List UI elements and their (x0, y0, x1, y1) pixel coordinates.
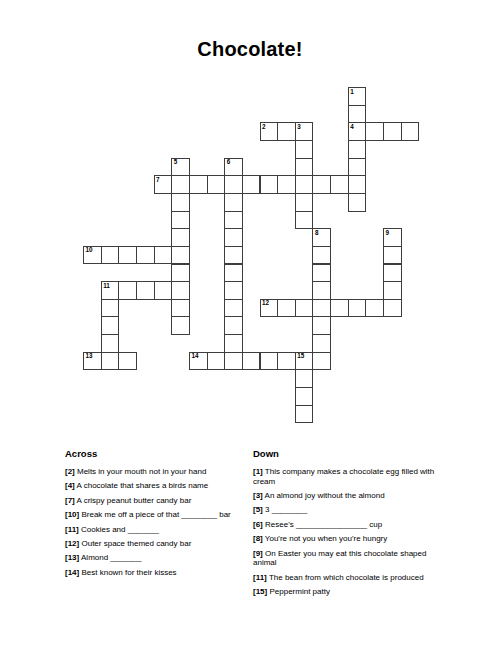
grid-cell[interactable] (136, 281, 155, 300)
grid-cell[interactable] (171, 175, 190, 194)
grid-cell[interactable]: 3 (295, 122, 314, 141)
grid-cell[interactable] (348, 299, 367, 318)
grid-cell[interactable] (330, 175, 349, 194)
grid-cell[interactable]: 4 (348, 122, 367, 141)
clue-item: [1] This company makes a chocolate egg f… (253, 467, 435, 486)
grid-cell[interactable] (312, 316, 331, 335)
grid-cell[interactable] (348, 140, 367, 159)
clue-number: 13 (86, 353, 93, 359)
puzzle-title: Chocolate! (0, 38, 500, 61)
clue-item-number: [9] (253, 549, 263, 558)
grid-cell[interactable] (224, 193, 243, 212)
grid-cell[interactable] (224, 352, 243, 371)
clue-item-number: [2] (65, 467, 75, 476)
clue-number: 6 (227, 159, 231, 165)
grid-cell[interactable] (348, 158, 367, 177)
grid-cell[interactable] (118, 281, 137, 300)
grid-cell[interactable] (171, 299, 190, 318)
grid-cell[interactable] (312, 264, 331, 283)
grid-cell[interactable] (101, 334, 120, 353)
grid-cell[interactable] (224, 175, 243, 194)
across-header: Across (65, 448, 253, 459)
clue-item: [11] The bean from which chocolate is pr… (253, 573, 435, 583)
grid-cell[interactable] (154, 246, 173, 265)
clue-number: 14 (191, 353, 198, 359)
grid-cell[interactable] (171, 264, 190, 283)
grid-cell[interactable] (101, 299, 120, 318)
grid-cell[interactable] (312, 352, 331, 371)
grid-cell[interactable] (277, 352, 296, 371)
down-clues: Down [1] This company makes a chocolate … (253, 448, 435, 602)
grid-cell[interactable] (260, 352, 279, 371)
clue-item: [9] On Easter you may eat this chocolate… (253, 549, 435, 568)
grid-cell[interactable] (401, 122, 420, 141)
clue-item-number: [3] (253, 491, 263, 500)
clue-number: 2 (262, 124, 266, 130)
clue-item: [15] Peppermint patty (253, 587, 435, 597)
clue-item-number: [12] (65, 539, 79, 548)
down-header: Down (253, 448, 435, 459)
clue-number: 7 (156, 177, 160, 183)
clue-number: 3 (297, 124, 301, 130)
grid-cell[interactable] (101, 352, 120, 371)
clue-item-number: [5] (253, 505, 263, 514)
clue-item: [13] Almond _______ (65, 553, 253, 563)
clue-number: 4 (350, 124, 354, 130)
grid-cell[interactable]: 6 (224, 158, 243, 177)
clue-number: 12 (262, 300, 269, 306)
grid-cell[interactable]: 12 (260, 299, 279, 318)
grid-cell[interactable] (171, 228, 190, 247)
grid-cell[interactable] (136, 246, 155, 265)
grid-cell[interactable] (207, 352, 226, 371)
grid-cell[interactable]: 15 (295, 352, 314, 371)
clue-number: 11 (103, 283, 110, 289)
grid-cell[interactable] (171, 193, 190, 212)
clue-item: [6] Resee's ________________ cup (253, 520, 435, 530)
clue-item-number: [4] (65, 481, 75, 490)
grid-cell[interactable] (224, 228, 243, 247)
grid-cell[interactable]: 7 (154, 175, 173, 194)
grid-cell[interactable] (277, 175, 296, 194)
clue-item-number: [11] (65, 525, 79, 534)
grid-cell[interactable] (260, 175, 279, 194)
grid-cell[interactable] (242, 352, 261, 371)
grid-cell[interactable] (295, 387, 314, 406)
grid-cell[interactable]: 8 (312, 228, 331, 247)
clue-item-number: [11] (253, 573, 267, 582)
clue-item-number: [7] (65, 496, 75, 505)
clue-item-number: [10] (65, 510, 79, 519)
grid-cell[interactable]: 9 (383, 228, 402, 247)
grid-cell[interactable]: 11 (101, 281, 120, 300)
clue-item: [10] Break me off a piece of that ______… (65, 510, 253, 520)
down-clue-list: [1] This company makes a chocolate egg f… (253, 467, 435, 597)
grid-cell[interactable] (365, 299, 384, 318)
grid-cell[interactable] (224, 264, 243, 283)
grid-cell[interactable] (312, 334, 331, 353)
grid-cell[interactable] (224, 246, 243, 265)
grid-cell[interactable] (189, 175, 208, 194)
grid-cell[interactable] (224, 316, 243, 335)
across-clues: Across [2] Melts in your mouth not in yo… (65, 448, 253, 582)
clue-number: 1 (350, 89, 354, 95)
grid-cell[interactable] (365, 122, 384, 141)
grid-cell[interactable] (224, 299, 243, 318)
across-clue-list: [2] Melts in your mouth not in your hand… (65, 467, 253, 577)
clue-item-number: [13] (65, 553, 79, 562)
clue-number: 5 (174, 159, 178, 165)
grid-cell[interactable]: 13 (83, 352, 102, 371)
grid-cell[interactable] (171, 246, 190, 265)
grid-cell[interactable]: 14 (189, 352, 208, 371)
clue-item: [11] Cookies and _______ (65, 525, 253, 535)
grid-cell[interactable] (171, 281, 190, 300)
grid-cell[interactable] (312, 246, 331, 265)
grid-cell[interactable] (383, 264, 402, 283)
grid-cell[interactable] (101, 316, 120, 335)
clue-item: [2] Melts in your mouth not in your hand (65, 467, 253, 477)
grid-cell[interactable]: 5 (171, 158, 190, 177)
crossword-grid: 123456789101112131415 (83, 87, 420, 424)
clue-number: 9 (386, 230, 390, 236)
grid-cell[interactable] (118, 352, 137, 371)
grid-cell[interactable] (383, 246, 402, 265)
clue-item: [12] Outer space themed candy bar (65, 539, 253, 549)
clue-item: [14] Best known for their kisses (65, 568, 253, 578)
grid-cell[interactable]: 2 (260, 122, 279, 141)
clue-item: [3] An almond joy without the almond (253, 491, 435, 501)
grid-cell[interactable] (295, 140, 314, 159)
grid-cell[interactable] (383, 299, 402, 318)
grid-cell[interactable] (348, 105, 367, 124)
clue-item: [8] You're not you when you're hungry (253, 534, 435, 544)
grid-cell[interactable] (383, 122, 402, 141)
grid-cell[interactable] (171, 211, 190, 230)
grid-cell[interactable] (295, 299, 314, 318)
grid-cell[interactable] (295, 211, 314, 230)
clue-item-number: [1] (253, 467, 263, 476)
clue-number: 8 (315, 230, 319, 236)
grid-cell[interactable] (224, 281, 243, 300)
grid-cell[interactable] (224, 211, 243, 230)
grid-cell[interactable] (277, 122, 296, 141)
clue-item: [5] 3 ________ (253, 505, 435, 515)
grid-cell[interactable] (171, 316, 190, 335)
grid-cell[interactable] (154, 281, 173, 300)
grid-cell[interactable] (348, 175, 367, 194)
clue-item: [4] A chocolate that shares a birds name (65, 481, 253, 491)
grid-cell[interactable] (118, 246, 137, 265)
clue-item: [7] A crispy peanut butter candy bar (65, 496, 253, 506)
clue-number: 10 (86, 247, 93, 253)
clue-item-number: [15] (253, 587, 267, 596)
clue-item-number: [14] (65, 568, 79, 577)
grid-cell[interactable] (295, 175, 314, 194)
grid-cell[interactable] (295, 158, 314, 177)
grid-cell[interactable] (224, 334, 243, 353)
grid-cell[interactable] (295, 369, 314, 388)
grid-cell[interactable] (207, 175, 226, 194)
clue-number: 15 (297, 353, 304, 359)
grid-cell[interactable]: 10 (83, 246, 102, 265)
grid-cell[interactable] (277, 299, 296, 318)
grid-cell[interactable] (242, 175, 261, 194)
clue-item-number: [6] (253, 520, 263, 529)
grid-cell[interactable] (312, 299, 331, 318)
clue-item-number: [8] (253, 534, 263, 543)
grid-cell[interactable] (295, 405, 314, 424)
page: Chocolate! 123456789101112131415 Across … (0, 0, 500, 647)
grid-cell[interactable] (101, 246, 120, 265)
grid-cell[interactable]: 1 (348, 87, 367, 106)
grid-cell[interactable] (312, 175, 331, 194)
grid-cell[interactable] (348, 193, 367, 212)
grid-cell[interactable] (295, 193, 314, 212)
grid-cell[interactable] (383, 281, 402, 300)
grid-cell[interactable] (330, 299, 349, 318)
grid-cell[interactable] (312, 281, 331, 300)
